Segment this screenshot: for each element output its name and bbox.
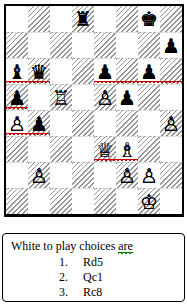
- choice-2-number: 2.: [59, 270, 83, 285]
- square-a8: [6, 6, 28, 32]
- black-pawn-g6: ♟: [140, 60, 158, 84]
- square-a7: [6, 32, 28, 58]
- black-pawn-h7: ♟: [162, 34, 180, 58]
- square-c3: [50, 136, 72, 162]
- black-rook-d8: ♜: [74, 7, 92, 31]
- choice-row-2: 2.Qc1: [3, 270, 184, 285]
- square-e1: [94, 188, 116, 214]
- square-g8: ♚: [138, 6, 160, 32]
- square-b2: ♙: [28, 162, 50, 188]
- square-d8: ♜: [72, 6, 94, 32]
- choice-1-number: 1.: [59, 255, 83, 270]
- square-f7: [116, 32, 138, 58]
- black-pawn-f5: ♟: [118, 86, 136, 110]
- white-queen-e3: ♕: [96, 138, 114, 162]
- square-b5: [28, 84, 50, 110]
- spellcheck-squiggle: [94, 159, 138, 162]
- square-e7: [94, 32, 116, 58]
- square-g4: [138, 110, 160, 136]
- square-c2: [50, 162, 72, 188]
- square-f5: ♟: [116, 84, 138, 110]
- square-h8: [160, 6, 182, 32]
- square-a3: [6, 136, 28, 162]
- square-e4: [94, 110, 116, 136]
- square-d5: [72, 84, 94, 110]
- spellcheck-squiggle: [94, 81, 138, 84]
- square-d3: [72, 136, 94, 162]
- spellcheck-squiggle: [6, 81, 50, 84]
- square-e2: [94, 162, 116, 188]
- black-pawn-e6: ♟: [96, 60, 114, 84]
- choice-row-1: 1.Rd5: [3, 255, 184, 270]
- square-g1: ♔: [138, 188, 160, 214]
- square-b7: [28, 32, 50, 58]
- square-g2: ♙: [138, 162, 160, 188]
- square-h5: [160, 84, 182, 110]
- choices-title-underlined-word: are: [118, 239, 133, 255]
- choices-box: White to play choices are 1.Rd5 2.Qc1 3.…: [2, 233, 185, 302]
- white-pawn-f2: ♙: [118, 164, 136, 188]
- white-bishop-f3: ♗: [118, 138, 136, 162]
- white-pawn-a4: ♙: [8, 112, 26, 136]
- square-b1: [28, 188, 50, 214]
- square-b3: [28, 136, 50, 162]
- black-queen-b6: ♛: [30, 60, 48, 84]
- square-f4: [116, 110, 138, 136]
- choice-3-number: 3.: [59, 285, 83, 300]
- spellcheck-squiggle: [138, 81, 182, 84]
- square-e5: ♙: [94, 84, 116, 110]
- white-pawn-h4: ♙: [162, 112, 180, 136]
- square-c7: [50, 32, 72, 58]
- square-g7: [138, 32, 160, 58]
- spellcheck-squiggle: [6, 107, 28, 110]
- black-bishop-a6: ♝: [8, 60, 26, 84]
- square-h7: ♟: [160, 32, 182, 58]
- square-d4: [72, 110, 94, 136]
- square-c6: [50, 58, 72, 84]
- choices-title: White to play choices are: [11, 239, 184, 254]
- black-pawn-a5: ♟: [8, 86, 26, 110]
- black-king-g8: ♚: [140, 7, 158, 31]
- white-pawn-e5: ♙: [96, 86, 114, 110]
- square-a1: [6, 188, 28, 214]
- square-c5: ♖: [50, 84, 72, 110]
- square-g5: [138, 84, 160, 110]
- square-h3: [160, 136, 182, 162]
- square-h1: [160, 188, 182, 214]
- choices-title-main: White to play choices: [11, 239, 118, 253]
- chess-board: ♜♚♟♝♛♟♟♟♖♙♟♙♟♙♕♗♙♙♙♔: [6, 6, 182, 214]
- spellcheck-squiggle: [6, 133, 50, 136]
- square-f8: [116, 6, 138, 32]
- square-d6: [72, 58, 94, 84]
- white-pawn-g2: ♙: [140, 164, 158, 188]
- choice-row-3: 3.Rc8: [3, 285, 184, 300]
- square-f2: ♙: [116, 162, 138, 188]
- square-g3: [138, 136, 160, 162]
- square-e8: [94, 6, 116, 32]
- choice-3-move: Rc8: [83, 285, 102, 299]
- square-f1: [116, 188, 138, 214]
- square-h2: [160, 162, 182, 188]
- square-a2: [6, 162, 28, 188]
- white-rook-c5: ♖: [52, 86, 70, 110]
- square-c8: [50, 6, 72, 32]
- square-h4: ♙: [160, 110, 182, 136]
- choice-2-move: Qc1: [83, 270, 103, 284]
- white-pawn-b2: ♙: [30, 164, 48, 188]
- square-c4: [50, 110, 72, 136]
- square-b8: [28, 6, 50, 32]
- black-pawn-b4: ♟: [30, 112, 48, 136]
- square-d2: [72, 162, 94, 188]
- choice-1-move: Rd5: [83, 255, 103, 269]
- square-d1: [72, 188, 94, 214]
- square-c1: [50, 188, 72, 214]
- chess-board-frame: ♜♚♟♝♛♟♟♟♖♙♟♙♟♙♕♗♙♙♙♔: [4, 4, 184, 217]
- white-king-g1: ♔: [140, 190, 158, 214]
- square-d7: [72, 32, 94, 58]
